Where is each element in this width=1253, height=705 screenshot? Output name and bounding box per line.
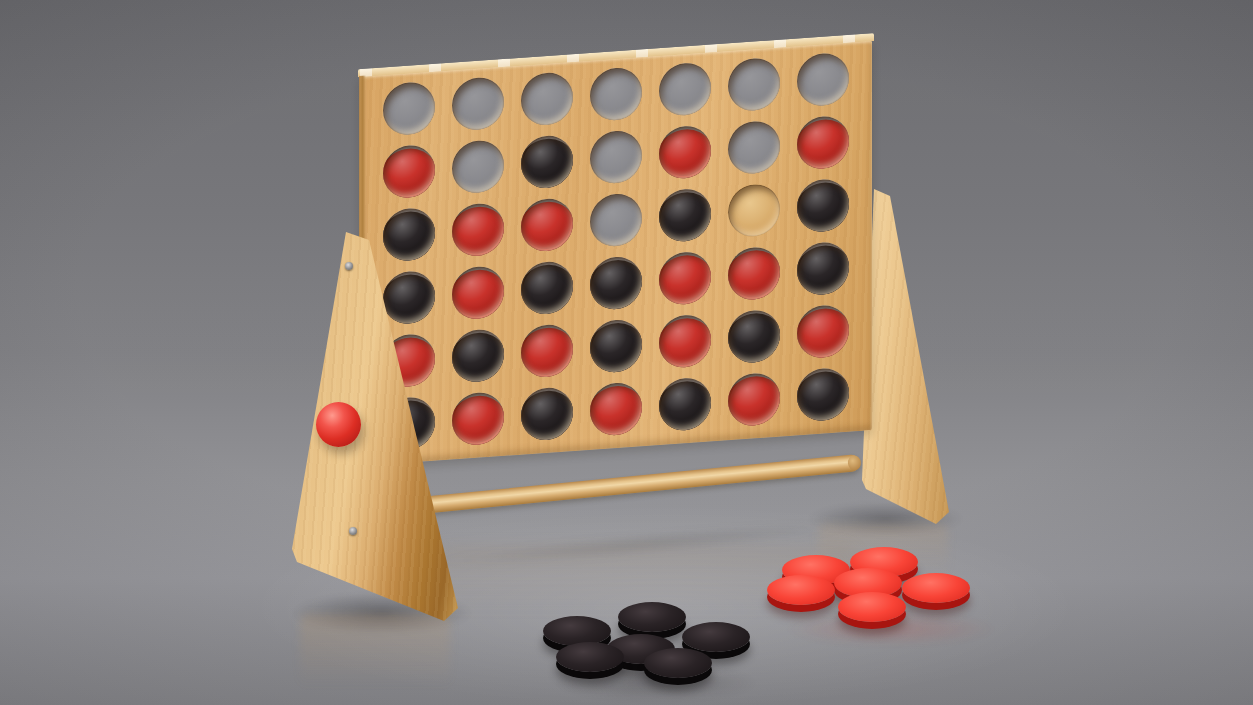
hole-occupied: ● xyxy=(590,381,642,437)
cell-r6c4[interactable]: ● xyxy=(581,375,650,443)
cell-r3c6[interactable] xyxy=(720,176,789,244)
hole-rim xyxy=(659,61,711,117)
red-disc: ● xyxy=(659,250,711,306)
hole-occupied: ● xyxy=(797,366,849,422)
cell-r3c1[interactable]: ● xyxy=(374,200,443,268)
hole-occupied: ● xyxy=(452,264,504,320)
cell-r2c5[interactable]: ● xyxy=(651,118,720,186)
spare-black-disc[interactable] xyxy=(644,648,712,678)
cell-r6c7[interactable]: ● xyxy=(789,360,858,428)
red-disc: ● xyxy=(590,381,642,437)
cell-r5c5[interactable]: ● xyxy=(651,307,720,375)
spare-red-disc[interactable] xyxy=(850,547,918,577)
cell-r5c2[interactable]: ● xyxy=(443,321,512,389)
hole-rim xyxy=(590,66,642,122)
hole-occupied: ● xyxy=(383,143,435,199)
hole-occupied: ● xyxy=(659,376,711,432)
hole-empty xyxy=(452,138,504,194)
cell-r6c1[interactable]: ● xyxy=(374,389,443,457)
black-disc: ● xyxy=(590,255,642,311)
hole-empty xyxy=(383,80,435,136)
cell-r3c7[interactable]: ● xyxy=(789,171,858,239)
spare-red-disc[interactable] xyxy=(838,592,906,622)
red-release-knob[interactable] xyxy=(316,402,361,447)
screw-icon xyxy=(345,262,353,270)
hole-empty xyxy=(590,192,642,248)
cell-r5c1[interactable]: ● xyxy=(374,326,443,394)
cell-r2c4[interactable] xyxy=(581,123,650,191)
hole-empty xyxy=(590,66,642,122)
cell-r3c2[interactable]: ● xyxy=(443,195,512,263)
hole-occupied: ● xyxy=(728,371,780,427)
hole-occupied: ● xyxy=(659,313,711,369)
hole-occupied: ● xyxy=(452,390,504,446)
left-stand-shadow xyxy=(292,592,472,634)
black-disc: ● xyxy=(728,308,780,364)
black-disc: ● xyxy=(797,366,849,422)
red-disc: ● xyxy=(659,313,711,369)
hole-occupied: ● xyxy=(521,197,573,253)
cell-r3c3[interactable]: ● xyxy=(512,191,581,259)
hole-rim xyxy=(452,138,504,194)
cell-r1c2[interactable] xyxy=(443,69,512,137)
game-board: ●●●●●●●●●●●●●●●●●●●●●●●●●●●●●● xyxy=(360,40,872,466)
board-reflection xyxy=(430,545,860,615)
hole-occupied: ● xyxy=(659,124,711,180)
cell-r6c2[interactable]: ● xyxy=(443,384,512,452)
hole-occupied: ● xyxy=(383,269,435,325)
spare-black-disc[interactable] xyxy=(607,634,675,664)
cell-r6c3[interactable]: ● xyxy=(512,380,581,448)
cell-r2c6[interactable] xyxy=(720,113,789,181)
hole-occupied: ● xyxy=(452,201,504,257)
spare-black-disc[interactable] xyxy=(682,622,750,652)
black-pile-reflection xyxy=(556,666,756,700)
black-disc: ● xyxy=(383,269,435,325)
crossbar-shadow xyxy=(436,518,856,571)
hole-occupied: ● xyxy=(590,255,642,311)
hole-occupied: ● xyxy=(728,245,780,301)
cell-r3c4[interactable] xyxy=(581,186,650,254)
hole-occupied: ● xyxy=(521,260,573,316)
red-disc: ● xyxy=(659,124,711,180)
hole-occupied: ● xyxy=(383,206,435,262)
red-disc: ● xyxy=(452,264,504,320)
black-disc: ● xyxy=(797,240,849,296)
red-disc: ● xyxy=(521,197,573,253)
spare-black-disc[interactable] xyxy=(618,602,686,632)
hole-rim xyxy=(590,129,642,185)
black-disc: ● xyxy=(590,318,642,374)
black-disc: ● xyxy=(659,376,711,432)
hole-rim xyxy=(728,119,780,175)
cell-r4c4[interactable]: ● xyxy=(581,249,650,317)
hole-rim xyxy=(728,182,780,238)
cell-r1c6[interactable] xyxy=(720,50,789,118)
hole-occupied: ● xyxy=(383,332,435,388)
hole-empty xyxy=(521,71,573,127)
hole-empty xyxy=(797,51,849,107)
hole-occupied: ● xyxy=(521,386,573,442)
black-disc: ● xyxy=(452,327,504,383)
cell-r3c5[interactable]: ● xyxy=(651,181,720,249)
spare-red-disc[interactable] xyxy=(767,575,835,605)
hole-occupied: ● xyxy=(590,318,642,374)
left-stand-reflection xyxy=(300,614,450,700)
cell-r1c7[interactable] xyxy=(789,45,858,113)
cell-r1c4[interactable] xyxy=(581,60,650,128)
red-pile-reflection xyxy=(786,612,996,646)
hole-empty xyxy=(728,119,780,175)
cell-r5c3[interactable]: ● xyxy=(512,317,581,385)
red-disc: ● xyxy=(383,143,435,199)
screw-icon xyxy=(349,527,357,535)
red-disc: ● xyxy=(797,303,849,359)
black-disc: ● xyxy=(521,260,573,316)
red-disc: ● xyxy=(728,245,780,301)
board-left-edge xyxy=(359,76,366,466)
hole-empty xyxy=(590,129,642,185)
cell-r6c5[interactable]: ● xyxy=(651,370,720,438)
hole-rim xyxy=(452,75,504,131)
hole-occupied: ● xyxy=(659,250,711,306)
hole-rim xyxy=(590,192,642,248)
hole-rim xyxy=(521,71,573,127)
cell-r6c6[interactable]: ● xyxy=(720,365,789,433)
cell-r1c1[interactable] xyxy=(374,74,443,142)
red-disc: ● xyxy=(452,201,504,257)
hole-empty xyxy=(728,182,780,238)
hole-rim xyxy=(383,80,435,136)
cell-r5c7[interactable]: ● xyxy=(789,297,858,365)
hole-occupied: ● xyxy=(521,323,573,379)
red-disc: ● xyxy=(728,371,780,427)
hole-empty xyxy=(728,56,780,112)
hole-occupied: ● xyxy=(659,187,711,243)
spare-black-disc[interactable] xyxy=(556,642,624,672)
cell-r1c3[interactable] xyxy=(512,65,581,133)
hole-occupied: ● xyxy=(728,308,780,364)
hole-occupied: ● xyxy=(797,303,849,359)
black-disc: ● xyxy=(659,187,711,243)
cell-r2c3[interactable]: ● xyxy=(512,128,581,196)
red-disc: ● xyxy=(797,114,849,170)
connect-four-scene: ●●●●●●●●●●●●●●●●●●●●●●●●●●●●●● xyxy=(0,0,1253,705)
hole-rim xyxy=(797,51,849,107)
spare-red-disc[interactable] xyxy=(834,568,902,598)
red-disc: ● xyxy=(383,332,435,388)
crossbar-dowel xyxy=(419,454,861,514)
cell-r4c7[interactable]: ● xyxy=(789,234,858,302)
spare-black-disc[interactable] xyxy=(543,616,611,646)
cell-r1c5[interactable] xyxy=(651,55,720,123)
hole-occupied: ● xyxy=(452,327,504,383)
cell-r2c1[interactable]: ● xyxy=(374,137,443,205)
cell-r5c4[interactable]: ● xyxy=(581,312,650,380)
hole-occupied: ● xyxy=(797,240,849,296)
hole-empty xyxy=(659,61,711,117)
black-disc: ● xyxy=(383,395,435,451)
red-disc: ● xyxy=(521,323,573,379)
cell-r2c2[interactable] xyxy=(443,132,512,200)
right-stand-reflection xyxy=(818,524,948,586)
right-stand-shadow xyxy=(808,502,963,536)
hole-occupied: ● xyxy=(797,114,849,170)
hole-occupied: ● xyxy=(797,177,849,233)
cell-r4c5[interactable]: ● xyxy=(651,244,720,312)
hole-occupied: ● xyxy=(383,395,435,451)
black-disc: ● xyxy=(521,134,573,190)
cell-r4c2[interactable]: ● xyxy=(443,258,512,326)
board-grid: ●●●●●●●●●●●●●●●●●●●●●●●●●●●●●● xyxy=(374,45,858,457)
cell-r2c7[interactable]: ● xyxy=(789,108,858,176)
cell-r4c6[interactable]: ● xyxy=(720,239,789,307)
hole-empty xyxy=(452,75,504,131)
cell-r5c6[interactable]: ● xyxy=(720,302,789,370)
spare-red-disc[interactable] xyxy=(782,555,850,585)
cell-r4c3[interactable]: ● xyxy=(512,254,581,322)
black-disc: ● xyxy=(797,177,849,233)
black-disc: ● xyxy=(383,206,435,262)
cell-r4c1[interactable]: ● xyxy=(374,263,443,331)
black-disc: ● xyxy=(521,386,573,442)
spare-red-disc[interactable] xyxy=(902,573,970,603)
red-disc: ● xyxy=(452,390,504,446)
hole-rim xyxy=(728,56,780,112)
hole-occupied: ● xyxy=(521,134,573,190)
